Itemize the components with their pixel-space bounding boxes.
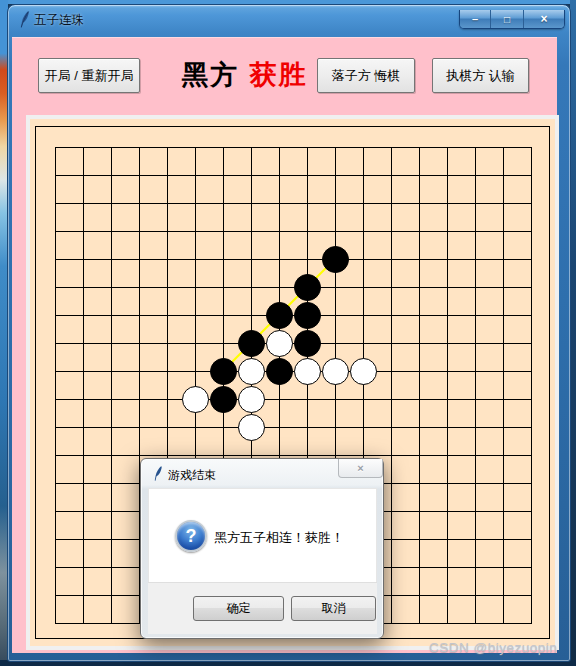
dialog-title: 游戏结束 [168,467,216,484]
dialog-close-button[interactable]: × [338,459,383,478]
question-icon: ? [175,520,207,552]
question-glyph: ? [186,526,197,547]
ok-button[interactable]: 确定 [193,596,284,621]
stone-black [238,330,265,357]
stone-black [294,330,321,357]
titlebar[interactable]: 五子连珠 – □ × [8,5,570,37]
dialog-close-icon: × [357,462,363,474]
undo-button[interactable]: 落子方 悔棋 [317,58,415,93]
dialog-message: 黑方五子相连！获胜！ [214,529,344,547]
tk-feather-icon [18,10,30,29]
ok-button-label: 确定 [227,600,251,617]
game-over-dialog: 游戏结束 × ? 黑方五子相连！获胜！ 确定 取消 [140,458,384,639]
minimize-icon: – [472,13,478,25]
cancel-button[interactable]: 取消 [291,596,376,621]
restart-button-label: 开局 / 重新开局 [45,67,134,85]
window-title: 五子连珠 [34,12,84,29]
stone-black [266,358,293,385]
stone-white [266,330,293,357]
close-button[interactable]: × [524,10,564,28]
undo-button-label: 落子方 悔棋 [332,67,401,85]
status-label: 黑方 获胜 [162,56,327,94]
resign-button-label: 执棋方 认输 [446,67,515,85]
stone-white [182,386,209,413]
stone-white [238,386,265,413]
minimize-button[interactable]: – [460,10,491,28]
stone-white [322,358,349,385]
close-icon: × [540,12,547,26]
stone-black [210,358,237,385]
maximize-button[interactable]: □ [491,10,524,28]
restart-button[interactable]: 开局 / 重新开局 [38,58,140,93]
tk-feather-icon [152,465,163,482]
maximize-icon: □ [504,14,510,25]
caption-buttons: – □ × [459,10,565,29]
stone-black [266,302,293,329]
cancel-button-label: 取消 [322,600,346,617]
stone-black [294,274,321,301]
stone-black [210,386,237,413]
resign-button[interactable]: 执棋方 认输 [432,58,529,93]
watermark: CSDN @biyezuopin [429,640,557,655]
dialog-titlebar[interactable]: 游戏结束 × [141,459,383,488]
stone-white [238,414,265,441]
stone-white [350,358,377,385]
stone-black [322,246,349,273]
screen: 五子连珠 – □ × 开局 / 重新开局 黑方 获胜 落子方 悔棋 执棋方 认输 [0,0,576,666]
stone-white [294,358,321,385]
stone-white [238,358,265,385]
status-win-text: 获胜 [250,57,308,93]
stone-black [294,302,321,329]
status-side-text: 黑方 [182,57,240,93]
